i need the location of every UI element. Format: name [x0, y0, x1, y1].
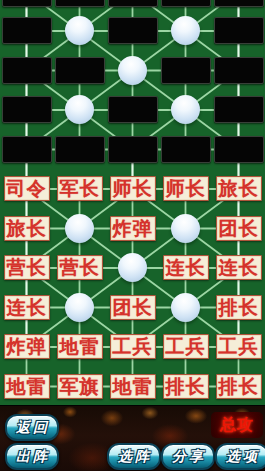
enemy-hidden-piece [108, 136, 158, 163]
camp-marker [65, 214, 94, 243]
player-piece-tile[interactable]: 炸弹 [110, 216, 156, 241]
board-node [53, 130, 106, 170]
board-node [0, 90, 53, 130]
board-node: 排长 [159, 367, 212, 407]
piece-label: 炸弹 [113, 219, 153, 238]
player-piece-tile[interactable]: 工兵 [163, 334, 209, 359]
board-node: 炸弹 [0, 327, 53, 367]
board-node: 工兵 [159, 327, 212, 367]
camp-marker [171, 16, 200, 45]
enemy-hidden-piece [161, 0, 211, 7]
enemy-hidden-piece [214, 96, 264, 123]
board-node: 连长 [212, 248, 265, 288]
board-node: 师长 [159, 169, 212, 209]
board-node: 排长 [212, 288, 265, 328]
board-node [212, 130, 265, 170]
luzhanqi-app: 司令军长师长师长旅长旅长炸弹团长营长营长连长连长连长团长排长炸弹地雷工兵工兵工兵… [0, 0, 265, 471]
piece-label: 连长 [219, 258, 259, 277]
piece-label: 团长 [113, 298, 153, 317]
camp-marker [65, 16, 94, 45]
board-node: 师长 [106, 169, 159, 209]
enemy-hidden-piece [55, 0, 105, 7]
player-piece-tile[interactable]: 地雷 [4, 374, 50, 399]
board-node: 营长 [0, 248, 53, 288]
board-node [53, 90, 106, 130]
board-node [53, 288, 106, 328]
player-piece-tile[interactable]: 旅长 [216, 176, 262, 201]
piece-label: 团长 [219, 219, 259, 238]
camp-marker [118, 253, 147, 282]
board-node: 工兵 [106, 327, 159, 367]
camp-marker [171, 95, 200, 124]
piece-label: 连长 [166, 258, 206, 277]
enemy-hidden-piece [161, 57, 211, 84]
board-node: 地雷 [0, 367, 53, 407]
player-piece-tile[interactable]: 军旗 [57, 374, 103, 399]
player-piece-tile[interactable]: 连长 [216, 255, 262, 280]
player-piece-tile[interactable]: 工兵 [110, 334, 156, 359]
piece-label: 工兵 [113, 337, 153, 356]
board-node [159, 51, 212, 91]
enemy-hidden-piece [214, 57, 264, 84]
piece-label: 营长 [7, 258, 47, 277]
options-button[interactable]: 选项 [215, 443, 265, 470]
camp-marker [118, 56, 147, 85]
piece-label: 旅长 [7, 219, 47, 238]
piece-label: 排长 [166, 377, 206, 396]
board-node [159, 288, 212, 328]
board-node: 司令 [0, 169, 53, 209]
camp-marker [171, 293, 200, 322]
player-piece-tile[interactable]: 排长 [216, 374, 262, 399]
enemy-hidden-piece [161, 136, 211, 163]
piece-label: 地雷 [60, 337, 100, 356]
board-node: 排长 [212, 367, 265, 407]
red-badge[interactable]: 总攻 [211, 412, 263, 438]
board-node: 团长 [212, 209, 265, 249]
piece-label: 炸弹 [7, 337, 47, 356]
player-piece-tile[interactable]: 团长 [216, 216, 262, 241]
piece-label: 师长 [166, 179, 206, 198]
board-node: 工兵 [212, 327, 265, 367]
enemy-hidden-piece [2, 17, 52, 44]
player-piece-tile[interactable]: 营长 [57, 255, 103, 280]
piece-label: 旅长 [219, 179, 259, 198]
enemy-hidden-piece [55, 57, 105, 84]
board-node [212, 51, 265, 91]
back-button[interactable]: 返回 [5, 414, 59, 441]
board-node [53, 11, 106, 51]
player-piece-tile[interactable]: 团长 [110, 295, 156, 320]
board-node: 炸弹 [106, 209, 159, 249]
board-node: 连长 [159, 248, 212, 288]
board-node [53, 209, 106, 249]
board-node [159, 209, 212, 249]
enemy-hidden-piece [108, 17, 158, 44]
player-piece-tile[interactable]: 排长 [216, 295, 262, 320]
game-board: 司令军长师长师长旅长旅长炸弹团长营长营长连长连长连长团长排长炸弹地雷工兵工兵工兵… [0, 0, 265, 406]
piece-label: 营长 [60, 258, 100, 277]
board-node [212, 11, 265, 51]
board-node [106, 248, 159, 288]
enemy-hidden-piece [214, 0, 264, 7]
board-node [0, 51, 53, 91]
enemy-back-row-partial [0, 0, 265, 7]
board-node: 连长 [0, 288, 53, 328]
board-grid: 司令军长师长师长旅长旅长炸弹团长营长营长连长连长连长团长排长炸弹地雷工兵工兵工兵… [0, 11, 265, 406]
enemy-hidden-piece [108, 96, 158, 123]
board-node: 旅长 [0, 209, 53, 249]
camp-marker [65, 293, 94, 322]
deploy-button[interactable]: 出阵 [5, 443, 59, 470]
share-button[interactable]: 分享 [161, 443, 215, 470]
player-piece-tile[interactable]: 军长 [57, 176, 103, 201]
board-node [159, 130, 212, 170]
piece-label: 军旗 [60, 377, 100, 396]
player-piece-tile[interactable]: 连长 [163, 255, 209, 280]
board-node [106, 11, 159, 51]
enemy-hidden-piece [214, 136, 264, 163]
board-node: 地雷 [106, 367, 159, 407]
choose-formation-button[interactable]: 选阵 [107, 443, 161, 470]
piece-label: 工兵 [166, 337, 206, 356]
player-piece-tile[interactable]: 连长 [4, 295, 50, 320]
piece-label: 排长 [219, 298, 259, 317]
board-node [106, 51, 159, 91]
player-piece-tile[interactable]: 旅长 [4, 216, 50, 241]
bottom-toolbar: 返回 出阵 选阵 分享 选项 总攻 [0, 405, 265, 471]
enemy-hidden-piece [2, 96, 52, 123]
enemy-hidden-piece [214, 17, 264, 44]
piece-label: 地雷 [113, 377, 153, 396]
camp-marker [171, 214, 200, 243]
enemy-hidden-piece [2, 136, 52, 163]
piece-label: 地雷 [7, 377, 47, 396]
board-node [159, 90, 212, 130]
board-node: 军旗 [53, 367, 106, 407]
piece-label: 司令 [7, 179, 47, 198]
board-node [0, 130, 53, 170]
piece-label: 连长 [7, 298, 47, 317]
enemy-hidden-piece [2, 57, 52, 84]
board-node [0, 11, 53, 51]
player-piece-tile[interactable]: 炸弹 [4, 334, 50, 359]
player-piece-tile[interactable]: 排长 [163, 374, 209, 399]
player-piece-tile[interactable]: 工兵 [216, 334, 262, 359]
board-node: 营长 [53, 248, 106, 288]
enemy-hidden-piece [55, 136, 105, 163]
board-node [212, 90, 265, 130]
board-node [159, 11, 212, 51]
board-node [106, 90, 159, 130]
piece-label: 工兵 [219, 337, 259, 356]
board-node [53, 51, 106, 91]
piece-label: 师长 [113, 179, 153, 198]
player-piece-tile[interactable]: 地雷 [57, 334, 103, 359]
enemy-hidden-piece [108, 0, 158, 7]
piece-label: 排长 [219, 377, 259, 396]
board-node: 地雷 [53, 327, 106, 367]
player-piece-tile[interactable]: 师长 [163, 176, 209, 201]
board-node: 旅长 [212, 169, 265, 209]
player-piece-tile[interactable]: 地雷 [110, 374, 156, 399]
enemy-hidden-piece [2, 0, 52, 7]
piece-label: 军长 [60, 179, 100, 198]
player-piece-tile[interactable]: 营长 [4, 255, 50, 280]
board-node: 团长 [106, 288, 159, 328]
camp-marker [65, 95, 94, 124]
player-piece-tile[interactable]: 司令 [4, 176, 50, 201]
board-node: 军长 [53, 169, 106, 209]
board-node [106, 130, 159, 170]
player-piece-tile[interactable]: 师长 [110, 176, 156, 201]
